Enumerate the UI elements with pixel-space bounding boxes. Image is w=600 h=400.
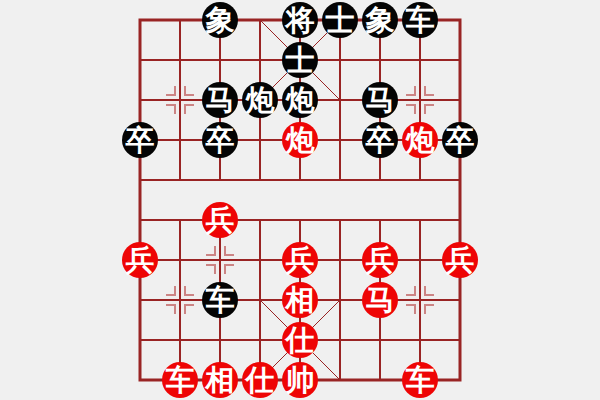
piece-red-cannon[interactable]: 炮 xyxy=(402,122,438,158)
piece-glyph: 兵 xyxy=(446,246,475,275)
piece-glyph: 车 xyxy=(406,6,435,35)
piece-red-chariot[interactable]: 车 xyxy=(402,362,438,398)
piece-glyph: 士 xyxy=(326,6,355,35)
piece-red-soldier[interactable]: 兵 xyxy=(362,242,398,278)
piece-glyph: 仕 xyxy=(286,326,315,355)
piece-black-advisor[interactable]: 士 xyxy=(282,42,318,78)
piece-red-elephant[interactable]: 相 xyxy=(282,282,318,318)
piece-red-soldier[interactable]: 兵 xyxy=(202,202,238,238)
piece-red-soldier[interactable]: 兵 xyxy=(282,242,318,278)
piece-glyph: 兵 xyxy=(286,246,315,275)
piece-black-horse[interactable]: 马 xyxy=(362,82,398,118)
piece-glyph: 车 xyxy=(166,366,195,395)
piece-black-elephant[interactable]: 象 xyxy=(202,2,238,38)
piece-red-cannon[interactable]: 炮 xyxy=(282,122,318,158)
piece-black-horse[interactable]: 马 xyxy=(202,82,238,118)
piece-red-elephant[interactable]: 相 xyxy=(202,362,238,398)
piece-red-advisor[interactable]: 仕 xyxy=(242,362,278,398)
xiangqi-diagram: 象将士象车士马炮炮马卒卒炮卒炮卒兵兵兵兵兵车相马仕车相仕帅车 xyxy=(0,0,600,400)
piece-black-chariot[interactable]: 车 xyxy=(202,282,238,318)
piece-glyph: 炮 xyxy=(406,126,435,155)
piece-black-soldier[interactable]: 卒 xyxy=(202,122,238,158)
piece-black-general[interactable]: 将 xyxy=(282,2,318,38)
piece-red-horse[interactable]: 马 xyxy=(362,282,398,318)
piece-black-soldier[interactable]: 卒 xyxy=(122,122,158,158)
piece-glyph: 马 xyxy=(366,286,395,315)
piece-black-cannon[interactable]: 炮 xyxy=(282,82,318,118)
piece-glyph: 仕 xyxy=(246,366,275,395)
piece-glyph: 卒 xyxy=(366,126,395,155)
piece-black-elephant[interactable]: 象 xyxy=(362,2,398,38)
piece-black-chariot[interactable]: 车 xyxy=(402,2,438,38)
piece-glyph: 车 xyxy=(406,366,435,395)
piece-glyph: 兵 xyxy=(366,246,395,275)
piece-glyph: 炮 xyxy=(286,126,315,155)
piece-glyph: 炮 xyxy=(286,86,315,115)
piece-glyph: 象 xyxy=(206,6,235,35)
piece-red-advisor[interactable]: 仕 xyxy=(282,322,318,358)
piece-black-soldier[interactable]: 卒 xyxy=(362,122,398,158)
piece-glyph: 兵 xyxy=(126,246,155,275)
piece-glyph: 象 xyxy=(366,6,395,35)
piece-red-chariot[interactable]: 车 xyxy=(162,362,198,398)
piece-red-soldier[interactable]: 兵 xyxy=(442,242,478,278)
piece-glyph: 将 xyxy=(286,6,315,35)
piece-glyph: 相 xyxy=(206,366,235,395)
piece-layer: 象将士象车士马炮炮马卒卒炮卒炮卒兵兵兵兵兵车相马仕车相仕帅车 xyxy=(0,0,600,400)
piece-glyph: 帅 xyxy=(286,366,315,395)
piece-glyph: 卒 xyxy=(126,126,155,155)
piece-red-general[interactable]: 帅 xyxy=(282,362,318,398)
piece-glyph: 士 xyxy=(286,46,315,75)
piece-black-soldier[interactable]: 卒 xyxy=(442,122,478,158)
piece-glyph: 卒 xyxy=(446,126,475,155)
piece-glyph: 炮 xyxy=(246,86,275,115)
piece-red-soldier[interactable]: 兵 xyxy=(122,242,158,278)
piece-glyph: 兵 xyxy=(206,206,235,235)
piece-glyph: 车 xyxy=(206,286,235,315)
piece-glyph: 卒 xyxy=(206,126,235,155)
piece-black-advisor[interactable]: 士 xyxy=(322,2,358,38)
piece-glyph: 马 xyxy=(206,86,235,115)
piece-glyph: 马 xyxy=(366,86,395,115)
piece-black-cannon[interactable]: 炮 xyxy=(242,82,278,118)
piece-glyph: 相 xyxy=(286,286,315,315)
